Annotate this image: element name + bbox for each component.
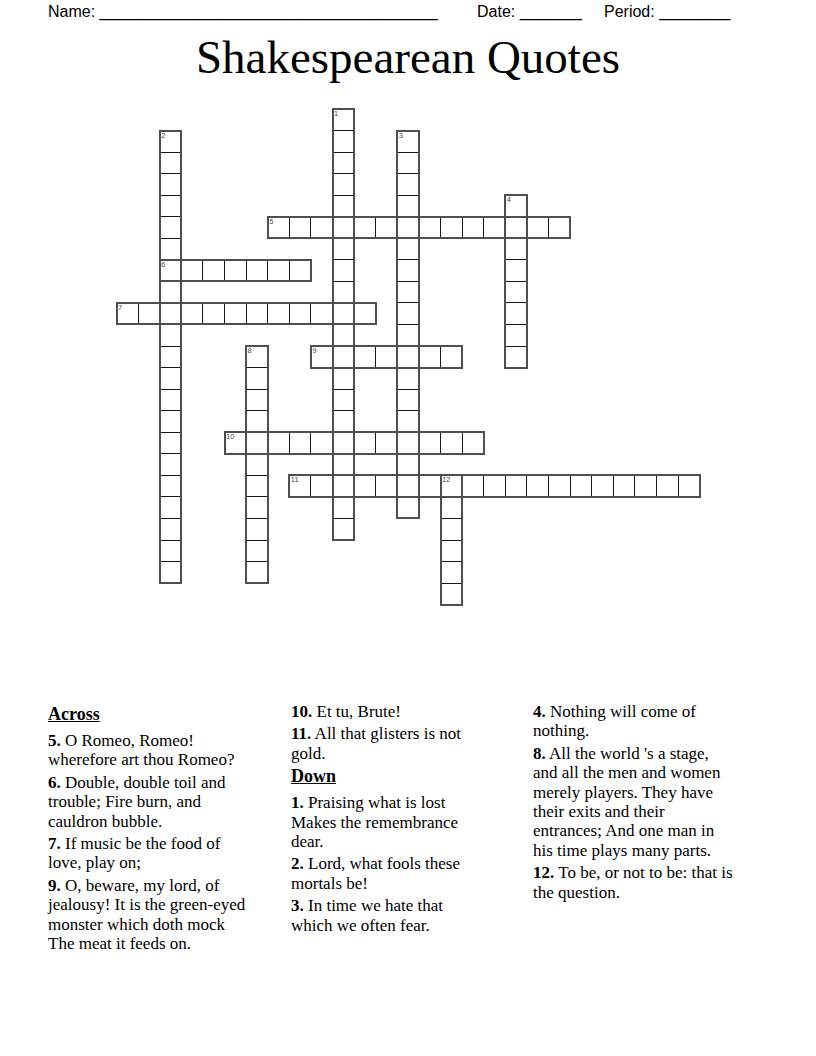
clue-text: If music be the food of love, play on;	[48, 834, 220, 872]
clue-number: 3.	[291, 896, 304, 915]
cell-divider	[440, 347, 441, 367]
cell-divider	[418, 218, 419, 238]
cell-divider	[334, 281, 354, 282]
cell-divider	[398, 302, 418, 303]
cell-divider	[398, 346, 418, 347]
cell-divider	[334, 302, 354, 303]
cell-divider	[161, 432, 181, 433]
clue-11-across: 11. All that glisters is not gold.	[291, 724, 476, 763]
period-blank-line[interactable]: ________	[659, 3, 730, 20]
cell-divider	[310, 304, 311, 324]
clue-7-across: 7. If music be the food of love, play on…	[48, 834, 247, 873]
page-title: Shakespearean Quotes	[0, 30, 816, 84]
cell-divider	[161, 238, 181, 239]
cell-divider	[161, 281, 181, 282]
cell-divider	[334, 173, 354, 174]
cell-divider	[247, 518, 267, 519]
cell-divider	[267, 433, 268, 453]
cell-divider	[570, 476, 571, 496]
cell-divider	[334, 195, 354, 196]
cell-divider	[247, 496, 267, 497]
cell-divider	[462, 433, 463, 453]
clue-4-down: 4. Nothing will come of nothing.	[533, 702, 735, 741]
cell-divider	[289, 433, 290, 453]
cell-divider	[310, 433, 311, 453]
cell-divider	[334, 238, 354, 239]
clue-text: O Romeo, Romeo! wherefore art thou Romeo…	[48, 731, 234, 769]
cell-divider	[678, 476, 679, 496]
cell-divider	[289, 304, 290, 324]
worksheet-page: { "game": "crossword", "title": "Shakesp…	[0, 0, 816, 1056]
cell-divider	[161, 540, 181, 541]
crossword-board[interactable]: 123456789101112	[117, 109, 700, 605]
clue-number: 1.	[291, 793, 304, 812]
clue-text: Double, double toil and trouble; Fire bu…	[48, 773, 226, 831]
clue-text: O, beware, my lord, of jealousy! It is t…	[48, 876, 245, 953]
cell-divider	[161, 410, 181, 411]
cell-divider	[161, 259, 181, 260]
cell-divider	[375, 476, 376, 496]
cell-divider	[334, 346, 354, 347]
cell-divider	[246, 433, 247, 453]
clue-number: 9.	[48, 876, 61, 895]
cell-divider	[310, 476, 311, 496]
cell-divider	[161, 561, 181, 562]
clue-number: 12.	[533, 863, 554, 882]
cell-divider	[440, 218, 441, 238]
cell-divider	[398, 410, 418, 411]
cell-divider	[332, 218, 333, 238]
cell-divider	[354, 347, 355, 367]
cell-divider	[267, 304, 268, 324]
cell-divider	[332, 433, 333, 453]
cell-divider	[591, 476, 592, 496]
cell-divider	[332, 476, 333, 496]
cell-divider	[526, 476, 527, 496]
clue-12-down: 12. To be, or not to be: that is the que…	[533, 863, 735, 902]
cell-divider	[398, 324, 418, 325]
cell-divider	[334, 518, 354, 519]
cell-divider	[398, 152, 418, 153]
cell-divider	[202, 304, 203, 324]
cell-divider	[334, 216, 354, 217]
cell-divider	[442, 518, 462, 519]
cell-divider	[161, 518, 181, 519]
clue-number: 4.	[533, 702, 546, 721]
cell-divider	[442, 583, 462, 584]
cell-divider	[398, 475, 418, 476]
cell-divider	[506, 324, 526, 325]
cell-divider	[440, 476, 441, 496]
cell-divider	[247, 367, 267, 368]
cell-divider	[506, 238, 526, 239]
cell-divider	[442, 496, 462, 497]
cell-divider	[159, 304, 160, 324]
clue-text: Et tu, Brute!	[312, 702, 401, 721]
cell-divider	[505, 218, 506, 238]
cell-divider	[506, 346, 526, 347]
cell-divider	[354, 218, 355, 238]
cell-divider	[334, 152, 354, 153]
period-label: Period:	[604, 3, 655, 20]
cell-divider	[310, 218, 311, 238]
cell-divider	[483, 476, 484, 496]
cell-divider	[354, 304, 355, 324]
answer-run-8-down[interactable]	[246, 346, 268, 583]
cell-divider	[247, 475, 267, 476]
clue-8-down: 8. All the world 's a stage, and all the…	[533, 744, 735, 860]
date-blank-line[interactable]: _______	[520, 3, 582, 20]
cell-divider	[334, 410, 354, 411]
cell-divider	[334, 496, 354, 497]
clue-column-3: 4. Nothing will come of nothing. 8. All …	[533, 702, 735, 905]
clue-number: 6.	[48, 773, 61, 792]
cell-divider	[334, 324, 354, 325]
cell-divider	[398, 195, 418, 196]
cell-divider	[397, 347, 398, 367]
cell-divider	[656, 476, 657, 496]
clue-number: 8.	[533, 744, 546, 763]
clue-6-across: 6. Double, double toil and trouble; Fire…	[48, 773, 247, 831]
clue-number: 7.	[48, 834, 61, 853]
cell-divider	[483, 218, 484, 238]
cell-divider	[442, 561, 462, 562]
cell-divider	[267, 261, 268, 281]
cell-divider	[289, 261, 290, 281]
cell-divider	[334, 389, 354, 390]
cell-divider	[397, 218, 398, 238]
cell-divider	[247, 410, 267, 411]
cell-divider	[398, 496, 418, 497]
clue-5-across: 5. O Romeo, Romeo! wherefore art thou Ro…	[48, 731, 247, 770]
cell-divider	[334, 453, 354, 454]
cell-divider	[334, 475, 354, 476]
cell-divider	[398, 259, 418, 260]
cell-divider	[247, 561, 267, 562]
cell-divider	[398, 281, 418, 282]
cell-divider	[247, 389, 267, 390]
cell-divider	[398, 173, 418, 174]
name-label: Name:	[48, 3, 95, 20]
cell-divider	[247, 453, 267, 454]
clue-number: 10.	[291, 702, 312, 721]
clue-text: Nothing will come of nothing.	[533, 702, 696, 740]
cell-divider	[247, 540, 267, 541]
cell-divider	[202, 261, 203, 281]
cell-divider	[613, 476, 614, 496]
answer-run-2-down[interactable]	[160, 131, 182, 584]
cell-divider	[418, 433, 419, 453]
clue-9-across: 9. O, beware, my lord, of jealousy! It i…	[48, 876, 247, 954]
clue-number: 2.	[291, 854, 304, 873]
period-field: Period: ________	[604, 3, 730, 21]
cell-divider	[354, 476, 355, 496]
cell-divider	[375, 218, 376, 238]
cell-divider	[442, 540, 462, 541]
cell-divider	[548, 476, 549, 496]
cell-divider	[161, 367, 181, 368]
cell-divider	[334, 130, 354, 131]
cell-divider	[161, 346, 181, 347]
cell-divider	[418, 476, 419, 496]
cell-divider	[462, 476, 463, 496]
clue-text: In time we hate that which we often fear…	[291, 896, 443, 934]
cell-divider	[418, 347, 419, 367]
cell-divider	[548, 218, 549, 238]
cell-divider	[247, 432, 267, 433]
cell-divider	[161, 173, 181, 174]
clue-number: 11.	[291, 724, 311, 743]
cell-divider	[634, 476, 635, 496]
cell-divider	[161, 453, 181, 454]
cell-divider	[246, 261, 247, 281]
cell-divider	[398, 238, 418, 239]
cell-divider	[440, 433, 441, 453]
cell-divider	[375, 433, 376, 453]
cell-divider	[332, 347, 333, 367]
cell-divider	[138, 304, 139, 324]
cell-divider	[246, 304, 247, 324]
cell-divider	[334, 432, 354, 433]
clue-3-down: 3. In time we hate that which we often f…	[291, 896, 476, 935]
cell-divider	[397, 433, 398, 453]
cell-divider	[161, 389, 181, 390]
cell-divider	[462, 218, 463, 238]
cell-divider	[334, 367, 354, 368]
cell-divider	[506, 302, 526, 303]
date-label: Date:	[477, 3, 515, 20]
clue-text: All the world 's a stage, and all the me…	[533, 744, 720, 860]
cell-divider	[398, 216, 418, 217]
cell-divider	[397, 476, 398, 496]
cell-divider	[161, 152, 181, 153]
cell-divider	[505, 476, 506, 496]
cell-divider	[161, 496, 181, 497]
date-field: Date: _______	[477, 3, 582, 21]
cell-divider	[161, 475, 181, 476]
cell-divider	[224, 261, 225, 281]
clue-column-2: 10. Et tu, Brute! 11. All that glisters …	[291, 702, 476, 938]
cell-divider	[526, 218, 527, 238]
cell-divider	[289, 218, 290, 238]
down-heading: Down	[291, 766, 476, 787]
cell-divider	[161, 324, 181, 325]
clue-column-1: Across 5. O Romeo, Romeo! wherefore art …	[48, 702, 247, 956]
clue-text: Praising what is lost Makes the remembra…	[291, 793, 458, 851]
cell-divider	[224, 304, 225, 324]
cell-divider	[181, 261, 182, 281]
cell-divider	[506, 216, 526, 217]
cell-divider	[375, 347, 376, 367]
cell-divider	[398, 453, 418, 454]
cell-divider	[398, 432, 418, 433]
cell-divider	[506, 281, 526, 282]
clue-1-down: 1. Praising what is lost Makes the remem…	[291, 793, 476, 851]
clue-text: All that glisters is not gold.	[291, 724, 461, 762]
cell-divider	[354, 433, 355, 453]
name-blank-line[interactable]: ______________________________________	[100, 3, 438, 20]
answer-run-11-across[interactable]	[289, 475, 699, 497]
cell-divider	[398, 367, 418, 368]
cell-divider	[161, 216, 181, 217]
across-heading: Across	[48, 704, 247, 725]
cell-divider	[506, 259, 526, 260]
cell-divider	[181, 304, 182, 324]
clue-2-down: 2. Lord, what fools these mortals be!	[291, 854, 476, 893]
clue-10-across: 10. Et tu, Brute!	[291, 702, 476, 721]
cell-divider	[161, 302, 181, 303]
clue-text: Lord, what fools these mortals be!	[291, 854, 460, 892]
cell-divider	[161, 195, 181, 196]
name-field: Name: __________________________________…	[48, 3, 438, 21]
cell-divider	[334, 259, 354, 260]
clue-text: To be, or not to be: that is the questio…	[533, 863, 733, 901]
cell-divider	[332, 304, 333, 324]
cell-divider	[398, 389, 418, 390]
clue-number: 5.	[48, 731, 61, 750]
